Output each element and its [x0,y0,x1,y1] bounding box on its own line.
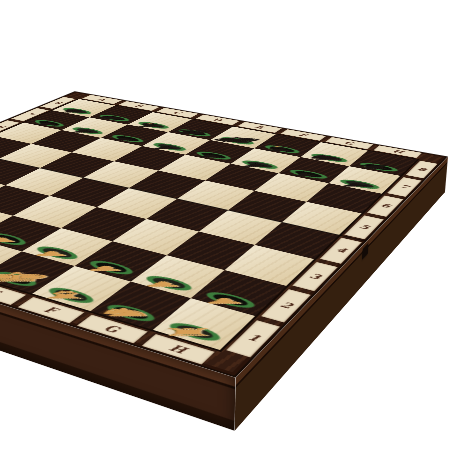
felt-pad [29,243,85,263]
white-pawn-glyph: ♟ [18,250,85,256]
square-h3 [225,245,314,286]
square-h1: ♜ [153,298,255,350]
white-pawn-glyph: ♟ [0,237,34,243]
felt-pad [0,230,33,248]
chess-box: ABCDEFGH ABCDEFGH 87654321 87654321 ♜♞♝♛… [0,91,448,378]
square-d2: ♟ [0,216,61,252]
square-e4 [97,188,177,219]
white-pawn-glyph: ♟ [128,281,198,288]
square-c2: ♟ [0,204,13,238]
black-knight-glyph: ♞ [298,155,352,161]
black-pawn-glyph: ♟ [277,173,332,177]
black-rook-glyph: ♜ [347,165,403,170]
photo-scene: ABCDEFGH ABCDEFGH 87654321 87654321 ♜♞♝♛… [0,0,473,473]
chess-board: ♜♞♝♛♚♝♞♜♟♟♟♟♟♟♟♟♟♟♟♟♟♟♟♟♜♞♝♛♚♝♞♜ [0,99,417,350]
square-d1: ♛ [0,238,22,278]
black-pawn-glyph: ♟ [140,146,191,150]
felt-pad [0,268,45,290]
black-pawn-glyph: ♟ [229,163,282,167]
square-e1: ♚ [0,251,75,293]
black-pawn-glyph: ♟ [99,137,149,141]
square-h5 [282,202,361,235]
coordinate-label: E [0,280,26,305]
black-pawn-glyph: ♟ [184,154,236,158]
square-e3 [61,207,146,241]
white-king-glyph: ♚ [0,271,47,284]
white-pawn-glyph: ♟ [189,297,262,305]
square-g4 [199,210,282,245]
square-g3 [167,232,255,271]
bishop-contrast-tip [62,290,70,292]
black-queen-glyph: ♛ [166,129,214,135]
rank-labels-right: 87654321 [226,161,437,358]
white-pawn-glyph: ♟ [71,265,140,272]
square-f3 [112,219,199,255]
black-knight-glyph: ♞ [87,116,134,120]
square-f1: ♝ [32,266,130,311]
square-f2: ♟ [75,241,167,281]
black-rook-glyph: ♜ [50,109,96,113]
felt-pad [162,319,229,346]
hinge [362,243,368,259]
white-knight-glyph: ♞ [87,307,162,318]
bishop-contrast-tip [147,123,152,124]
felt-pad [99,301,163,326]
bishop-contrast-tip [275,146,281,147]
square-h4 [255,222,339,259]
black-pawn-glyph: ♟ [59,130,108,133]
square-h2: ♟ [191,270,286,316]
square-f4 [146,199,228,232]
black-pawn-glyph: ♟ [327,183,384,188]
white-rook-glyph: ♜ [150,327,227,337]
square-c3 [0,185,50,216]
felt-pad [82,257,140,278]
square-g1: ♞ [91,282,191,330]
felt-pad [139,272,199,294]
square-g5 [228,191,306,222]
chess-set-product-photo: ABCDEFGH ABCDEFGH 87654321 87654321 ♜♞♝♛… [0,0,473,473]
black-pawn-glyph: ♟ [21,122,69,125]
square-d3 [13,196,97,228]
felt-pad [199,288,262,312]
white-bishop-glyph: ♝ [28,289,102,300]
square-e2: ♟ [22,228,113,266]
black-king-glyph: ♚ [208,137,258,143]
felt-pad [41,284,102,307]
square-g2: ♟ [131,255,225,298]
